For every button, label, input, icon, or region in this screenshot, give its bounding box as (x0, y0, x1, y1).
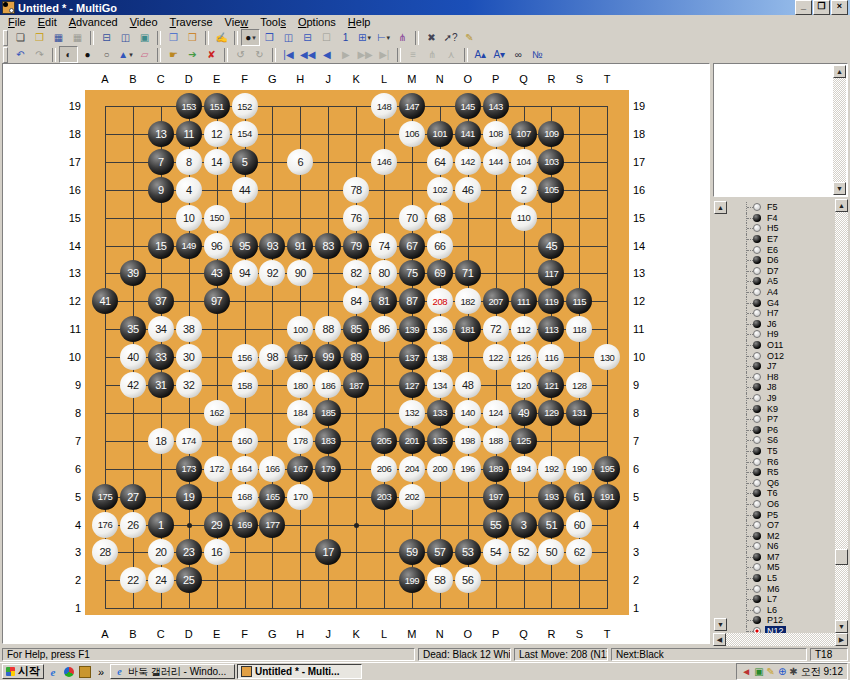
mark-tool-button[interactable]: ▲▾ (116, 46, 135, 63)
stone-R16[interactable]: 105 (538, 177, 564, 203)
stone-P12[interactable]: 207 (483, 288, 509, 314)
title-bar[interactable]: Untitled * - MultiGo _ ❐ × (0, 0, 850, 15)
stone-G4[interactable]: 177 (259, 512, 285, 538)
font-bigger-button[interactable]: A▴ (471, 46, 490, 63)
stone-M19[interactable]: 147 (399, 93, 425, 119)
move-item-R6[interactable]: R6 (713, 456, 833, 467)
stone-D2[interactable]: 25 (176, 567, 202, 593)
stone-D11[interactable]: 38 (176, 316, 202, 342)
stone-C10[interactable]: 33 (148, 344, 174, 370)
print-preview-button[interactable]: ◫ (116, 29, 135, 46)
start-button[interactable]: 시작 (2, 664, 44, 679)
comment-scroll-down-button[interactable]: ▼ (833, 182, 846, 195)
move-item-A4[interactable]: A4 (713, 287, 833, 298)
stone-R12[interactable]: 119 (538, 288, 564, 314)
stone-N17[interactable]: 64 (427, 149, 453, 175)
stone-M5[interactable]: 202 (399, 484, 425, 510)
stone-K14[interactable]: 79 (343, 233, 369, 259)
stone-Q10[interactable]: 126 (511, 344, 537, 370)
stone-O19[interactable]: 145 (455, 93, 481, 119)
stone-M15[interactable]: 70 (399, 205, 425, 231)
stone-M10[interactable]: 137 (399, 344, 425, 370)
stone-N12[interactable]: 208 (427, 288, 453, 314)
stone-C3[interactable]: 20 (148, 539, 174, 565)
stone-F16[interactable]: 44 (232, 177, 258, 203)
stone-J3[interactable]: 17 (315, 539, 341, 565)
tray-network-icon[interactable]: ✱ (789, 667, 797, 677)
stone-F13[interactable]: 94 (232, 260, 258, 286)
stone-M12[interactable]: 87 (399, 288, 425, 314)
stone-B13[interactable]: 39 (120, 260, 146, 286)
rotate-left-button[interactable]: ↺ (231, 46, 250, 63)
stone-G14[interactable]: 93 (259, 233, 285, 259)
stone-N8[interactable]: 133 (427, 400, 453, 426)
stone-O18[interactable]: 141 (455, 121, 481, 147)
save-button[interactable]: ▦ (49, 29, 68, 46)
stone-M11[interactable]: 139 (399, 316, 425, 342)
rotate-right-button[interactable]: ↻ (250, 46, 269, 63)
forward-fast-button[interactable]: ▶▶ (355, 46, 374, 63)
quick-launch-media-icon[interactable] (62, 665, 76, 679)
stone-N6[interactable]: 200 (427, 456, 453, 482)
move-item-O12[interactable]: O12 (713, 350, 833, 361)
stone-B10[interactable]: 40 (120, 344, 146, 370)
stone-K9[interactable]: 187 (343, 372, 369, 398)
stone-N11[interactable]: 136 (427, 316, 453, 342)
place-white-button[interactable]: ○ (97, 46, 116, 63)
move-item-J9[interactable]: J9 (713, 393, 833, 404)
stone-S6[interactable]: 190 (566, 456, 592, 482)
stone-F17[interactable]: 5 (232, 149, 258, 175)
edit-pencil-button[interactable]: ✎ (460, 29, 479, 46)
menu-item-advanced[interactable]: Advanced (63, 16, 124, 28)
stone-H9[interactable]: 180 (287, 372, 313, 398)
close-button[interactable]: × (831, 0, 848, 15)
layout-button[interactable]: ⊞▾ (355, 29, 374, 46)
tree-scroll-up-button[interactable]: ▲ (835, 199, 848, 212)
stone-view-button[interactable]: ●▾ (241, 29, 260, 46)
stone-L14[interactable]: 74 (371, 233, 397, 259)
move-item-H9[interactable]: H9 (713, 329, 833, 340)
move-item-F4[interactable]: F4 (713, 213, 833, 224)
stone-C17[interactable]: 7 (148, 149, 174, 175)
stone-K13[interactable]: 82 (343, 260, 369, 286)
move-item-M7[interactable]: M7 (713, 552, 833, 563)
stone-T6[interactable]: 195 (594, 456, 620, 482)
stone-B5[interactable]: 27 (120, 484, 146, 510)
stone-E19[interactable]: 151 (204, 93, 230, 119)
stone-R17[interactable]: 103 (538, 149, 564, 175)
stone-N7[interactable]: 135 (427, 428, 453, 454)
move-item-F5[interactable]: F5 (713, 202, 833, 213)
stone-N18[interactable]: 101 (427, 121, 453, 147)
stone-J6[interactable]: 179 (315, 456, 341, 482)
stone-Q17[interactable]: 104 (511, 149, 537, 175)
stone-M9[interactable]: 127 (399, 372, 425, 398)
edit-stone-button[interactable]: ◐ (59, 46, 78, 63)
stone-G6[interactable]: 166 (259, 456, 285, 482)
stone-Q4[interactable]: 3 (511, 512, 537, 538)
stone-S12[interactable]: 115 (566, 288, 592, 314)
stone-Q11[interactable]: 112 (511, 316, 537, 342)
stone-E3[interactable]: 16 (204, 539, 230, 565)
stone-N14[interactable]: 66 (427, 233, 453, 259)
board-window-button[interactable]: ❒ (260, 29, 279, 46)
prev-branch-button[interactable]: ⋔ (423, 46, 442, 63)
stone-H7[interactable]: 178 (287, 428, 313, 454)
stone-O7[interactable]: 198 (455, 428, 481, 454)
stone-F6[interactable]: 164 (232, 456, 258, 482)
menu-item-options[interactable]: Options (292, 16, 342, 28)
move-item-H7[interactable]: H7 (713, 308, 833, 319)
stone-F14[interactable]: 95 (232, 233, 258, 259)
menu-item-file[interactable]: File (2, 16, 32, 28)
font-smaller-button[interactable]: A▾ (490, 46, 509, 63)
stone-E14[interactable]: 96 (204, 233, 230, 259)
comment-scroll-up-button[interactable]: ▲ (833, 65, 846, 78)
stone-O16[interactable]: 46 (455, 177, 481, 203)
stone-Q3[interactable]: 52 (511, 539, 537, 565)
context-help-button[interactable]: ➚? (441, 29, 460, 46)
stone-P3[interactable]: 54 (483, 539, 509, 565)
stone-K11[interactable]: 85 (343, 316, 369, 342)
move-item-O11[interactable]: O11 (713, 340, 833, 351)
move-item-L6[interactable]: L6 (713, 605, 833, 616)
stone-A3[interactable]: 28 (92, 539, 118, 565)
stone-A4[interactable]: 176 (92, 512, 118, 538)
quick-launch-app-icon[interactable] (78, 665, 92, 679)
stone-P8[interactable]: 124 (483, 400, 509, 426)
stone-Q16[interactable]: 2 (511, 177, 537, 203)
move-item-L5[interactable]: L5 (713, 573, 833, 584)
stone-M18[interactable]: 106 (399, 121, 425, 147)
move-item-O6[interactable]: O6 (713, 499, 833, 510)
stone-F9[interactable]: 158 (232, 372, 258, 398)
stone-O2[interactable]: 56 (455, 567, 481, 593)
tray-ime-icon[interactable]: ✎ (767, 667, 775, 677)
stone-M13[interactable]: 75 (399, 260, 425, 286)
stone-D16[interactable]: 4 (176, 177, 202, 203)
stone-O11[interactable]: 181 (455, 316, 481, 342)
stone-B9[interactable]: 42 (120, 372, 146, 398)
stone-K16[interactable]: 78 (343, 177, 369, 203)
stone-H6[interactable]: 167 (287, 456, 313, 482)
stone-S3[interactable]: 62 (566, 539, 592, 565)
menu-item-view[interactable]: View (219, 16, 255, 28)
stone-D5[interactable]: 19 (176, 484, 202, 510)
stone-S11[interactable]: 118 (566, 316, 592, 342)
stone-J11[interactable]: 88 (315, 316, 341, 342)
stone-D15[interactable]: 10 (176, 205, 202, 231)
move-item-E6[interactable]: E6 (713, 244, 833, 255)
stone-N13[interactable]: 69 (427, 260, 453, 286)
pass-hand-button[interactable]: ☛ (164, 46, 183, 63)
move-item-P12[interactable]: P12 (713, 615, 833, 626)
stone-D6[interactable]: 173 (176, 456, 202, 482)
stone-M14[interactable]: 67 (399, 233, 425, 259)
export-image-button[interactable]: ▣ (135, 29, 154, 46)
stone-P17[interactable]: 144 (483, 149, 509, 175)
stone-K12[interactable]: 84 (343, 288, 369, 314)
stone-P10[interactable]: 122 (483, 344, 509, 370)
stone-P11[interactable]: 72 (483, 316, 509, 342)
stone-N2[interactable]: 58 (427, 567, 453, 593)
move-numbers-button[interactable]: 1 (336, 29, 355, 46)
move-item-G4[interactable]: G4 (713, 297, 833, 308)
stone-E15[interactable]: 150 (204, 205, 230, 231)
tree-scroll-left-button[interactable]: ◀ (713, 633, 726, 646)
stone-R10[interactable]: 116 (538, 344, 564, 370)
quick-launch-overflow-chevron[interactable]: » (94, 665, 108, 679)
stone-H11[interactable]: 100 (287, 316, 313, 342)
stone-M2[interactable]: 199 (399, 567, 425, 593)
move-item-O7[interactable]: O7 (713, 520, 833, 531)
move-item-D7[interactable]: D7 (713, 266, 833, 277)
swap-move-button[interactable]: ➔ (183, 46, 202, 63)
stone-H5[interactable]: 170 (287, 484, 313, 510)
stone-C12[interactable]: 37 (148, 288, 174, 314)
stone-R6[interactable]: 192 (538, 456, 564, 482)
stone-O3[interactable]: 53 (455, 539, 481, 565)
eraser-button[interactable]: ▱ (135, 46, 154, 63)
stone-L11[interactable]: 86 (371, 316, 397, 342)
stone-L7[interactable]: 205 (371, 428, 397, 454)
stone-O17[interactable]: 142 (455, 149, 481, 175)
stone-R13[interactable]: 117 (538, 260, 564, 286)
menu-item-edit[interactable]: Edit (32, 16, 63, 28)
stone-D7[interactable]: 174 (176, 428, 202, 454)
stone-O13[interactable]: 71 (455, 260, 481, 286)
stone-H10[interactable]: 157 (287, 344, 313, 370)
move-item-M5[interactable]: M5 (713, 562, 833, 573)
stone-F4[interactable]: 169 (232, 512, 258, 538)
pane-left-button[interactable]: ◫ (279, 29, 298, 46)
back-button[interactable]: ◀ (317, 46, 336, 63)
stone-F5[interactable]: 168 (232, 484, 258, 510)
stone-T5[interactable]: 191 (594, 484, 620, 510)
stone-D19[interactable]: 153 (176, 93, 202, 119)
stone-C7[interactable]: 18 (148, 428, 174, 454)
back-fast-button[interactable]: ◀◀ (298, 46, 317, 63)
stone-R5[interactable]: 193 (538, 484, 564, 510)
stone-L13[interactable]: 80 (371, 260, 397, 286)
stone-C16[interactable]: 9 (148, 177, 174, 203)
undo-button[interactable]: ↶ (11, 46, 30, 63)
stone-P5[interactable]: 197 (483, 484, 509, 510)
menu-item-help[interactable]: Help (342, 16, 377, 28)
place-black-button[interactable]: ● (78, 46, 97, 63)
copy-button[interactable]: ❐ (164, 29, 183, 46)
stone-R14[interactable]: 45 (538, 233, 564, 259)
stone-Q7[interactable]: 125 (511, 428, 537, 454)
stone-F18[interactable]: 154 (232, 121, 258, 147)
stone-H13[interactable]: 90 (287, 260, 313, 286)
stone-S5[interactable]: 61 (566, 484, 592, 510)
forward-button[interactable]: ▶ (336, 46, 355, 63)
quick-launch-ie-icon[interactable]: e (46, 665, 60, 679)
stone-L19[interactable]: 148 (371, 93, 397, 119)
stone-S4[interactable]: 60 (566, 512, 592, 538)
move-item-M2[interactable]: M2 (713, 530, 833, 541)
stone-L6[interactable]: 206 (371, 456, 397, 482)
stone-Q18[interactable]: 107 (511, 121, 537, 147)
stone-H8[interactable]: 184 (287, 400, 313, 426)
move-item-K9[interactable]: K9 (713, 403, 833, 414)
stone-E12[interactable]: 97 (204, 288, 230, 314)
menu-item-traverse[interactable]: Traverse (164, 16, 219, 28)
move-item-J8[interactable]: J8 (713, 382, 833, 393)
stone-D18[interactable]: 11 (176, 121, 202, 147)
pane-bottom-button[interactable]: ⊟ (298, 29, 317, 46)
stone-J9[interactable]: 186 (315, 372, 341, 398)
stone-R8[interactable]: 129 (538, 400, 564, 426)
stone-E13[interactable]: 43 (204, 260, 230, 286)
find-button[interactable]: ∞ (509, 46, 528, 63)
stone-S8[interactable]: 131 (566, 400, 592, 426)
move-item-T6[interactable]: T6 (713, 488, 833, 499)
stone-A5[interactable]: 175 (92, 484, 118, 510)
stone-Q15[interactable]: 110 (511, 205, 537, 231)
move-item-H8[interactable]: H8 (713, 372, 833, 383)
redo-button[interactable]: ↷ (30, 46, 49, 63)
stone-B2[interactable]: 22 (120, 567, 146, 593)
stone-G10[interactable]: 98 (259, 344, 285, 370)
stone-R9[interactable]: 121 (538, 372, 564, 398)
stone-O12[interactable]: 182 (455, 288, 481, 314)
stone-F7[interactable]: 160 (232, 428, 258, 454)
stone-R11[interactable]: 113 (538, 316, 564, 342)
stone-F19[interactable]: 152 (232, 93, 258, 119)
comment-scrollbar-track[interactable] (833, 78, 846, 182)
stone-Q6[interactable]: 194 (511, 456, 537, 482)
stone-A12[interactable]: 41 (92, 288, 118, 314)
stone-T10[interactable]: 130 (594, 344, 620, 370)
stone-M6[interactable]: 204 (399, 456, 425, 482)
stone-J14[interactable]: 83 (315, 233, 341, 259)
move-item-J6[interactable]: J6 (713, 319, 833, 330)
next-branch-button[interactable]: ⋏ (442, 46, 461, 63)
stone-C2[interactable]: 24 (148, 567, 174, 593)
stone-E18[interactable]: 12 (204, 121, 230, 147)
move-item-N6[interactable]: N6 (713, 541, 833, 552)
move-item-E7[interactable]: E7 (713, 234, 833, 245)
stone-P7[interactable]: 188 (483, 428, 509, 454)
move-item-J7[interactable]: J7 (713, 361, 833, 372)
stone-M3[interactable]: 59 (399, 539, 425, 565)
taskbar-item-browser[interactable]: e 바둑 갤러리 - Windo... (110, 664, 235, 679)
copy-special-button[interactable]: ❒ (183, 29, 202, 46)
tray-messenger-icon[interactable]: ▣ (754, 667, 763, 677)
stone-P6[interactable]: 189 (483, 456, 509, 482)
stone-H17[interactable]: 6 (287, 149, 313, 175)
move-item-D6[interactable]: D6 (713, 255, 833, 266)
stone-P4[interactable]: 55 (483, 512, 509, 538)
stone-N15[interactable]: 68 (427, 205, 453, 231)
stone-N3[interactable]: 57 (427, 539, 453, 565)
stone-Q12[interactable]: 111 (511, 288, 537, 314)
stone-P18[interactable]: 108 (483, 121, 509, 147)
minimize-button[interactable]: _ (795, 0, 812, 15)
go-board[interactable]: 1234567891011121314151617181920222324252… (85, 90, 629, 615)
stone-L5[interactable]: 203 (371, 484, 397, 510)
stone-F10[interactable]: 156 (232, 344, 258, 370)
stone-C9[interactable]: 31 (148, 372, 174, 398)
move-item-S6[interactable]: S6 (713, 435, 833, 446)
move-item-M6[interactable]: M6 (713, 583, 833, 594)
stone-N16[interactable]: 102 (427, 177, 453, 203)
stone-K10[interactable]: 89 (343, 344, 369, 370)
stone-K15[interactable]: 76 (343, 205, 369, 231)
game-info-button[interactable]: ✍ (212, 29, 231, 46)
branch-view-button[interactable]: ⋔ (393, 29, 412, 46)
stone-H14[interactable]: 91 (287, 233, 313, 259)
move-item-P5[interactable]: P5 (713, 509, 833, 520)
stone-E8[interactable]: 162 (204, 400, 230, 426)
tree-pane-button[interactable]: ⊢▾ (374, 29, 393, 46)
stone-R4[interactable]: 51 (538, 512, 564, 538)
stone-J8[interactable]: 185 (315, 400, 341, 426)
move-item-R5[interactable]: R5 (713, 467, 833, 478)
go-first-button[interactable]: |◀ (279, 46, 298, 63)
stone-D17[interactable]: 8 (176, 149, 202, 175)
print-button[interactable]: ⊟ (97, 29, 116, 46)
stone-B4[interactable]: 26 (120, 512, 146, 538)
stone-Q8[interactable]: 49 (511, 400, 537, 426)
stone-S9[interactable]: 128 (566, 372, 592, 398)
stone-B11[interactable]: 35 (120, 316, 146, 342)
stone-C11[interactable]: 34 (148, 316, 174, 342)
move-item-P7[interactable]: P7 (713, 414, 833, 425)
stone-O9[interactable]: 48 (455, 372, 481, 398)
stone-C4[interactable]: 1 (148, 512, 174, 538)
comment-box[interactable]: ▲ ▼ (713, 63, 848, 197)
new-button[interactable]: ❏ (11, 29, 30, 46)
stone-D3[interactable]: 23 (176, 539, 202, 565)
stone-J7[interactable]: 183 (315, 428, 341, 454)
stone-N9[interactable]: 134 (427, 372, 453, 398)
stone-E17[interactable]: 14 (204, 149, 230, 175)
goto-move-button[interactable]: № (528, 46, 547, 63)
tools-button[interactable]: ✖ (422, 29, 441, 46)
stone-O6[interactable]: 196 (455, 456, 481, 482)
stone-P19[interactable]: 143 (483, 93, 509, 119)
menu-item-video[interactable]: Video (124, 16, 164, 28)
tree-scroll-down-button[interactable]: ▼ (835, 620, 848, 633)
stone-Q9[interactable]: 120 (511, 372, 537, 398)
go-last-button[interactable]: ▶| (375, 46, 394, 63)
move-item-H5[interactable]: H5 (713, 223, 833, 234)
stone-D14[interactable]: 149 (176, 233, 202, 259)
stone-E6[interactable]: 172 (204, 456, 230, 482)
move-item-A5[interactable]: A5 (713, 276, 833, 287)
tray-volume-icon[interactable]: ◄ (741, 667, 751, 677)
save-as-button[interactable]: ▦ (68, 29, 87, 46)
stone-G13[interactable]: 92 (259, 260, 285, 286)
stone-R18[interactable]: 109 (538, 121, 564, 147)
restore-button[interactable]: ❐ (813, 0, 830, 15)
stone-J10[interactable]: 99 (315, 344, 341, 370)
tree-hscrollbar-track[interactable] (726, 633, 835, 646)
move-item-L7[interactable]: L7 (713, 594, 833, 605)
move-item-Q6[interactable]: Q6 (713, 477, 833, 488)
tree-scrollbar-thumb[interactable] (835, 549, 848, 565)
stone-C18[interactable]: 13 (148, 121, 174, 147)
menu-item-tools[interactable]: Tools (254, 16, 292, 28)
stone-L12[interactable]: 81 (371, 288, 397, 314)
tray-update-icon[interactable]: ⊕ (778, 667, 786, 677)
stone-O8[interactable]: 140 (455, 400, 481, 426)
stone-D9[interactable]: 32 (176, 372, 202, 398)
